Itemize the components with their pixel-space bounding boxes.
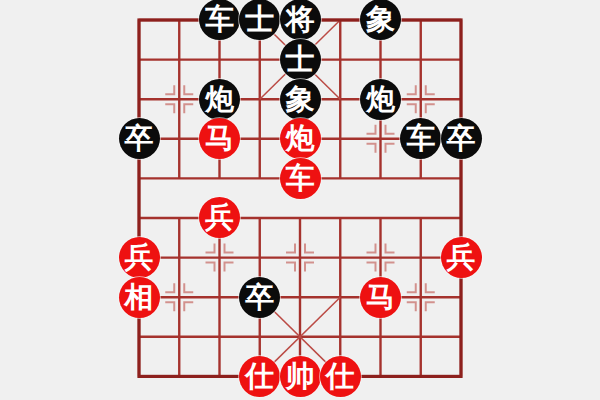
piece-black-advisor[interactable]: 士 [280,39,321,80]
piece-black-elephant[interactable]: 象 [280,79,321,120]
piece-black-general[interactable]: 将 [280,0,321,40]
piece-red-horse[interactable]: 马 [199,118,240,159]
piece-black-chariot[interactable]: 车 [199,0,240,40]
piece-red-horse[interactable]: 马 [360,277,401,318]
piece-black-soldier[interactable]: 卒 [239,277,280,318]
piece-red-cannon[interactable]: 炮 [280,118,321,159]
piece-black-soldier[interactable]: 卒 [441,118,482,159]
piece-red-soldier[interactable]: 兵 [441,237,482,278]
piece-red-elephant[interactable]: 相 [119,277,160,318]
piece-red-soldier[interactable]: 兵 [119,237,160,278]
piece-red-general[interactable]: 帅 [280,356,321,397]
piece-black-elephant[interactable]: 象 [360,0,401,40]
piece-layer[interactable]: 车士将象士炮象炮卒马炮车卒车兵兵兵相卒马仕帅仕 [119,0,481,396]
piece-red-soldier[interactable]: 兵 [199,197,240,238]
xiangqi-board: 车士将象士炮象炮卒马炮车卒车兵兵兵相卒马仕帅仕 [0,0,600,400]
piece-black-cannon[interactable]: 炮 [360,79,401,120]
piece-black-soldier[interactable]: 卒 [119,118,160,159]
piece-red-advisor[interactable]: 仕 [320,356,361,397]
piece-black-advisor[interactable]: 士 [239,0,280,40]
piece-red-advisor[interactable]: 仕 [239,356,280,397]
piece-red-chariot[interactable]: 车 [280,158,321,199]
piece-black-chariot[interactable]: 车 [400,118,441,159]
piece-black-cannon[interactable]: 炮 [199,79,240,120]
